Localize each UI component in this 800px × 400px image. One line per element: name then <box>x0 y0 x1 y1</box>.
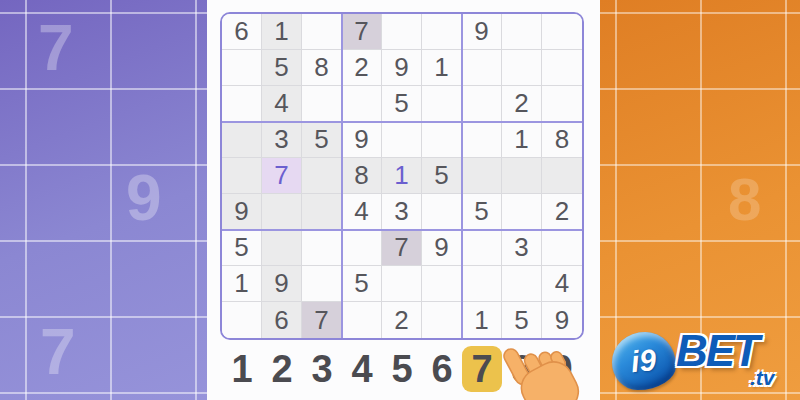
cell-r5c4[interactable]: 8 <box>342 158 382 194</box>
right-ad-panel: 8 i9 BET .tv <box>600 0 800 400</box>
cell-r3c7[interactable] <box>462 86 502 122</box>
cell-r8c5[interactable] <box>382 266 422 302</box>
cell-r8c8[interactable] <box>502 266 542 302</box>
cell-r5c6[interactable]: 5 <box>422 158 462 194</box>
cell-r1c5[interactable] <box>382 14 422 50</box>
cell-r7c2[interactable] <box>262 230 302 266</box>
cell-r2c2[interactable]: 5 <box>262 50 302 86</box>
numpad-3[interactable]: 3 <box>302 346 342 392</box>
cell-r9c6[interactable] <box>422 302 462 338</box>
brand-tld: .tv <box>750 366 775 390</box>
cell-r7c7[interactable] <box>462 230 502 266</box>
brand-logo[interactable]: i9 BET .tv <box>604 322 798 398</box>
cell-r5c8[interactable] <box>502 158 542 194</box>
cell-r2c1[interactable] <box>222 50 262 86</box>
cell-r2c4[interactable]: 2 <box>342 50 382 86</box>
cell-r9c9[interactable]: 9 <box>542 302 582 338</box>
cell-r1c1[interactable]: 6 <box>222 14 262 50</box>
numpad-8[interactable]: 8 <box>502 346 542 392</box>
number-pad: 123456789 <box>222 344 582 394</box>
numpad-9[interactable]: 9 <box>542 346 582 392</box>
cell-r4c3[interactable]: 5 <box>302 122 342 158</box>
cell-r7c3[interactable] <box>302 230 342 266</box>
ghost-number: 9 <box>126 166 162 230</box>
box-divider-horizontal <box>222 229 582 231</box>
cell-r4c2[interactable]: 3 <box>262 122 302 158</box>
cell-r3c4[interactable] <box>342 86 382 122</box>
ghost-number: 7 <box>38 16 74 80</box>
cell-r4c7[interactable] <box>462 122 502 158</box>
cell-r7c4[interactable] <box>342 230 382 266</box>
cell-r4c4[interactable]: 9 <box>342 122 382 158</box>
cell-r9c8[interactable]: 5 <box>502 302 542 338</box>
sudoku-grid: 6179582914523591878159435257931954672159 <box>222 14 582 338</box>
cell-r4c5[interactable] <box>382 122 422 158</box>
cell-r5c7[interactable] <box>462 158 502 194</box>
cell-r5c1[interactable] <box>222 158 262 194</box>
box-divider-vertical <box>341 14 343 338</box>
cell-r5c3[interactable] <box>302 158 342 194</box>
cell-r2c8[interactable] <box>502 50 542 86</box>
cell-r6c3[interactable] <box>302 194 342 230</box>
cell-r9c3[interactable]: 7 <box>302 302 342 338</box>
cell-r2c9[interactable] <box>542 50 582 86</box>
cell-r1c3[interactable] <box>302 14 342 50</box>
cell-r4c6[interactable] <box>422 122 462 158</box>
cell-r8c9[interactable]: 4 <box>542 266 582 302</box>
left-ad-panel: 7 9 7 <box>0 0 207 400</box>
cell-r6c4[interactable]: 4 <box>342 194 382 230</box>
cell-r6c2[interactable] <box>262 194 302 230</box>
cell-r7c6[interactable]: 9 <box>422 230 462 266</box>
cell-r8c3[interactable] <box>302 266 342 302</box>
cell-r9c4[interactable] <box>342 302 382 338</box>
cell-r9c2[interactable]: 6 <box>262 302 302 338</box>
cell-r7c1[interactable]: 5 <box>222 230 262 266</box>
cell-r9c5[interactable]: 2 <box>382 302 422 338</box>
game-area: 6179582914523591878159435257931954672159… <box>207 0 600 400</box>
cell-r5c9[interactable] <box>542 158 582 194</box>
cell-r3c1[interactable] <box>222 86 262 122</box>
cell-r2c7[interactable] <box>462 50 502 86</box>
cell-r2c3[interactable]: 8 <box>302 50 342 86</box>
page: 7 9 7 6179582914523591878159435257931954… <box>0 0 800 400</box>
cell-r9c1[interactable] <box>222 302 262 338</box>
cell-r8c7[interactable] <box>462 266 502 302</box>
cell-r6c9[interactable]: 2 <box>542 194 582 230</box>
cell-r3c8[interactable]: 2 <box>502 86 542 122</box>
cell-r6c1[interactable]: 9 <box>222 194 262 230</box>
cell-r1c7[interactable]: 9 <box>462 14 502 50</box>
cell-r7c5[interactable]: 7 <box>382 230 422 266</box>
cell-r3c6[interactable] <box>422 86 462 122</box>
numpad-1[interactable]: 1 <box>222 346 262 392</box>
cell-r8c4[interactable]: 5 <box>342 266 382 302</box>
cell-r6c7[interactable]: 5 <box>462 194 502 230</box>
cell-r6c6[interactable] <box>422 194 462 230</box>
cell-r5c5[interactable]: 1 <box>382 158 422 194</box>
cell-r6c5[interactable]: 3 <box>382 194 422 230</box>
numpad-7[interactable]: 7 <box>462 346 502 392</box>
cell-r5c2[interactable]: 7 <box>262 158 302 194</box>
cell-r2c6[interactable]: 1 <box>422 50 462 86</box>
cell-r3c5[interactable]: 5 <box>382 86 422 122</box>
cell-r2c5[interactable]: 9 <box>382 50 422 86</box>
ghost-number: 7 <box>40 320 76 384</box>
numpad-4[interactable]: 4 <box>342 346 382 392</box>
cell-r4c8[interactable]: 1 <box>502 122 542 158</box>
box-divider-horizontal <box>222 121 582 123</box>
cell-r6c8[interactable] <box>502 194 542 230</box>
numpad-2[interactable]: 2 <box>262 346 302 392</box>
cell-r3c2[interactable]: 4 <box>262 86 302 122</box>
cell-r1c2[interactable]: 1 <box>262 14 302 50</box>
cell-r1c6[interactable] <box>422 14 462 50</box>
cell-r8c2[interactable]: 9 <box>262 266 302 302</box>
cell-r3c3[interactable] <box>302 86 342 122</box>
cell-r8c1[interactable]: 1 <box>222 266 262 302</box>
cell-r8c6[interactable] <box>422 266 462 302</box>
sudoku-board: 6179582914523591878159435257931954672159 <box>220 12 584 340</box>
brand-mark: i9 <box>612 332 676 390</box>
cell-r4c9[interactable]: 8 <box>542 122 582 158</box>
cell-r4c1[interactable] <box>222 122 262 158</box>
box-divider-vertical <box>461 14 463 338</box>
brand-name: BET <box>676 326 758 376</box>
cell-r7c9[interactable] <box>542 230 582 266</box>
cell-r1c8[interactable] <box>502 14 542 50</box>
cell-r9c7[interactable]: 1 <box>462 302 502 338</box>
numpad-5[interactable]: 5 <box>382 346 422 392</box>
cell-r7c8[interactable]: 3 <box>502 230 542 266</box>
cell-r1c4[interactable]: 7 <box>342 14 382 50</box>
ghost-number: 8 <box>728 170 761 230</box>
numpad-6[interactable]: 6 <box>422 346 462 392</box>
cell-r1c9[interactable] <box>542 14 582 50</box>
cell-r3c9[interactable] <box>542 86 582 122</box>
